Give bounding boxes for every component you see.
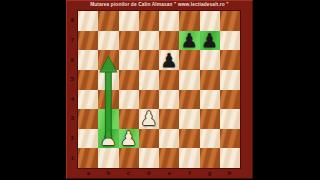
square-b3[interactable]: [98, 109, 118, 129]
file-label-h: h: [220, 168, 240, 178]
square-f3[interactable]: [179, 109, 199, 129]
rank-label-text: 5: [70, 77, 73, 83]
file-label-d: d: [139, 168, 159, 178]
square-b1[interactable]: [98, 148, 118, 168]
square-e8[interactable]: [159, 11, 179, 31]
square-b6[interactable]: [98, 50, 118, 70]
square-b8[interactable]: [98, 11, 118, 31]
file-label-b: b: [98, 168, 118, 178]
file-label-e: e: [159, 168, 179, 178]
file-label-g: g: [200, 168, 220, 178]
file-label-text: b: [107, 170, 110, 176]
square-g5[interactable]: [200, 70, 220, 90]
square-b4[interactable]: [98, 90, 118, 110]
square-g8[interactable]: [200, 11, 220, 31]
square-d2[interactable]: [139, 129, 159, 149]
square-c4[interactable]: [119, 90, 139, 110]
square-c5[interactable]: [119, 70, 139, 90]
square-h4[interactable]: [220, 90, 240, 110]
square-g6[interactable]: [200, 50, 220, 70]
square-e5[interactable]: [159, 70, 179, 90]
square-h1[interactable]: [220, 148, 240, 168]
board-title: Mutarea pionilor de Calin Almasan " www.…: [78, 0, 240, 10]
black-pawn[interactable]: ♟: [201, 31, 218, 50]
square-c1[interactable]: [119, 148, 139, 168]
rank-label-text: 3: [70, 116, 73, 122]
square-d4[interactable]: [139, 90, 159, 110]
file-label-text: d: [147, 170, 150, 176]
square-b7[interactable]: [98, 31, 118, 51]
square-h2[interactable]: [220, 129, 240, 149]
square-g1[interactable]: [200, 148, 220, 168]
file-label-text: a: [87, 170, 90, 176]
file-label-text: h: [228, 170, 231, 176]
file-label-text: f: [188, 170, 190, 176]
file-label-a: a: [78, 168, 98, 178]
square-c7[interactable]: [119, 31, 139, 51]
white-pawn[interactable]: ♟: [120, 129, 137, 148]
square-b5[interactable]: [98, 70, 118, 90]
video-canvas: Mutarea pionilor de Calin Almasan " www.…: [0, 0, 320, 180]
square-h8[interactable]: [220, 11, 240, 31]
square-f1[interactable]: [179, 148, 199, 168]
board-grid: ♟♟♟♟♟♟: [78, 11, 240, 168]
rank-label-5: 5: [66, 70, 78, 90]
file-label-text: c: [127, 170, 130, 176]
rank-label-1: 1: [66, 148, 78, 168]
rank-label-8: 8: [66, 11, 78, 31]
file-label-c: c: [119, 168, 139, 178]
square-d8[interactable]: [139, 11, 159, 31]
square-g7[interactable]: ♟: [200, 31, 220, 51]
square-h6[interactable]: [220, 50, 240, 70]
black-pawn[interactable]: ♟: [161, 51, 178, 70]
square-h5[interactable]: [220, 70, 240, 90]
square-c6[interactable]: [119, 50, 139, 70]
square-e3[interactable]: [159, 109, 179, 129]
square-g4[interactable]: [200, 90, 220, 110]
square-e4[interactable]: [159, 90, 179, 110]
file-label-text: g: [208, 170, 211, 176]
square-d7[interactable]: [139, 31, 159, 51]
square-a5[interactable]: [78, 70, 98, 90]
square-a6[interactable]: [78, 50, 98, 70]
square-a8[interactable]: [78, 11, 98, 31]
rank-label-text: 2: [70, 135, 73, 141]
rank-label-3: 3: [66, 109, 78, 129]
square-b2[interactable]: ♟: [98, 129, 118, 149]
square-g2[interactable]: [200, 129, 220, 149]
square-c3[interactable]: [119, 109, 139, 129]
square-a1[interactable]: [78, 148, 98, 168]
square-a2[interactable]: [78, 129, 98, 149]
square-e6[interactable]: ♟: [159, 50, 179, 70]
square-d3[interactable]: ♟: [139, 109, 159, 129]
rank-label-text: 1: [70, 155, 73, 161]
square-d6[interactable]: [139, 50, 159, 70]
square-e2[interactable]: [159, 129, 179, 149]
board-title-text: Mutarea pionilor de Calin Almasan " www.…: [90, 3, 228, 8]
rank-label-text: 4: [70, 96, 73, 102]
square-f5[interactable]: [179, 70, 199, 90]
file-labels: abcdefgh: [78, 168, 240, 178]
rank-label-4: 4: [66, 90, 78, 110]
square-f7[interactable]: ♟: [179, 31, 199, 51]
rank-label-text: 8: [70, 18, 73, 24]
square-h7[interactable]: [220, 31, 240, 51]
square-f2[interactable]: [179, 129, 199, 149]
square-a4[interactable]: [78, 90, 98, 110]
white-pawn[interactable]: ♟: [140, 109, 157, 128]
rank-label-2: 2: [66, 129, 78, 149]
rank-labels: 87654321: [66, 11, 78, 168]
square-a3[interactable]: [78, 109, 98, 129]
square-g3[interactable]: [200, 109, 220, 129]
white-pawn[interactable]: ♟: [100, 129, 117, 148]
chess-board-frame: Mutarea pionilor de Calin Almasan " www.…: [66, 0, 253, 180]
square-c2[interactable]: ♟: [119, 129, 139, 149]
square-e1[interactable]: [159, 148, 179, 168]
rank-label-text: 7: [70, 37, 73, 43]
square-d5[interactable]: [139, 70, 159, 90]
square-d1[interactable]: [139, 148, 159, 168]
rank-label-6: 6: [66, 50, 78, 70]
file-label-f: f: [179, 168, 199, 178]
square-f6[interactable]: [179, 50, 199, 70]
square-f8[interactable]: [179, 11, 199, 31]
square-h3[interactable]: [220, 109, 240, 129]
rank-label-7: 7: [66, 31, 78, 51]
square-a7[interactable]: [78, 31, 98, 51]
square-e7[interactable]: [159, 31, 179, 51]
square-f4[interactable]: [179, 90, 199, 110]
rank-label-text: 6: [70, 57, 73, 63]
file-label-text: e: [168, 170, 171, 176]
black-pawn[interactable]: ♟: [181, 31, 198, 50]
square-c8[interactable]: [119, 11, 139, 31]
